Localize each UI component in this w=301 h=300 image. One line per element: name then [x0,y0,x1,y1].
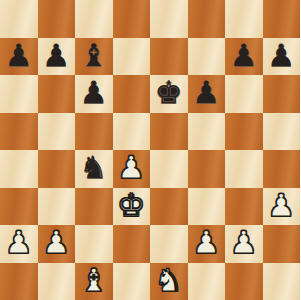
square-e1[interactable]: ♞ [150,263,188,300]
black-pawn-a7: ♟ [5,37,33,75]
square-f1[interactable] [188,263,226,300]
square-c7[interactable]: ♝ [75,38,113,76]
white-king-d3: ♚ [117,187,145,225]
square-d5[interactable] [113,113,151,151]
square-e8[interactable] [150,0,188,38]
square-h5[interactable] [263,113,301,151]
white-pawn-h3: ♟ [267,187,295,225]
square-d3[interactable]: ♚ [113,188,151,226]
square-c5[interactable] [75,113,113,151]
square-f8[interactable] [188,0,226,38]
white-bishop-c1: ♝ [80,262,108,300]
black-bishop-c7: ♝ [80,37,108,75]
square-e7[interactable] [150,38,188,76]
square-b1[interactable] [38,263,76,300]
square-h7[interactable]: ♟ [263,38,301,76]
square-a2[interactable]: ♟ [0,225,38,263]
black-pawn-c6: ♟ [80,74,108,112]
square-b2[interactable]: ♟ [38,225,76,263]
square-g4[interactable] [225,150,263,188]
square-g2[interactable]: ♟ [225,225,263,263]
square-e6[interactable]: ♚ [150,75,188,113]
square-h6[interactable] [263,75,301,113]
square-b8[interactable] [38,0,76,38]
square-g7[interactable]: ♟ [225,38,263,76]
square-b4[interactable] [38,150,76,188]
square-a4[interactable] [0,150,38,188]
black-pawn-f6: ♟ [192,74,220,112]
square-f6[interactable]: ♟ [188,75,226,113]
square-f7[interactable] [188,38,226,76]
black-knight-c4: ♞ [80,149,108,187]
square-b3[interactable] [38,188,76,226]
square-h8[interactable] [263,0,301,38]
square-c4[interactable]: ♞ [75,150,113,188]
black-pawn-b7: ♟ [42,37,70,75]
square-c2[interactable] [75,225,113,263]
white-pawn-f2: ♟ [192,224,220,262]
square-h1[interactable] [263,263,301,300]
black-king-e6: ♚ [155,74,183,112]
square-e4[interactable] [150,150,188,188]
square-c6[interactable]: ♟ [75,75,113,113]
square-h4[interactable] [263,150,301,188]
square-a7[interactable]: ♟ [0,38,38,76]
square-f3[interactable] [188,188,226,226]
square-d6[interactable] [113,75,151,113]
white-pawn-a2: ♟ [5,224,33,262]
square-b5[interactable] [38,113,76,151]
square-e2[interactable] [150,225,188,263]
square-c8[interactable] [75,0,113,38]
square-g8[interactable] [225,0,263,38]
square-d4[interactable]: ♟ [113,150,151,188]
white-knight-e1: ♞ [155,262,183,300]
square-b6[interactable] [38,75,76,113]
square-a5[interactable] [0,113,38,151]
square-d7[interactable] [113,38,151,76]
square-d1[interactable] [113,263,151,300]
square-g5[interactable] [225,113,263,151]
square-f4[interactable] [188,150,226,188]
square-a8[interactable] [0,0,38,38]
white-pawn-b2: ♟ [42,224,70,262]
square-d8[interactable] [113,0,151,38]
white-pawn-g2: ♟ [230,224,258,262]
square-f5[interactable] [188,113,226,151]
black-pawn-h7: ♟ [267,37,295,75]
chess-board: ♟♟♝♟♟♟♚♟♞♟♚♟♟♟♟♟♝♞ [0,0,300,300]
square-g6[interactable] [225,75,263,113]
square-c1[interactable]: ♝ [75,263,113,300]
square-a3[interactable] [0,188,38,226]
square-a6[interactable] [0,75,38,113]
square-h2[interactable] [263,225,301,263]
square-g1[interactable] [225,263,263,300]
square-c3[interactable] [75,188,113,226]
square-e3[interactable] [150,188,188,226]
white-pawn-d4: ♟ [117,149,145,187]
square-f2[interactable]: ♟ [188,225,226,263]
square-d2[interactable] [113,225,151,263]
black-pawn-g7: ♟ [230,37,258,75]
square-g3[interactable] [225,188,263,226]
square-e5[interactable] [150,113,188,151]
square-a1[interactable] [0,263,38,300]
square-b7[interactable]: ♟ [38,38,76,76]
square-h3[interactable]: ♟ [263,188,301,226]
